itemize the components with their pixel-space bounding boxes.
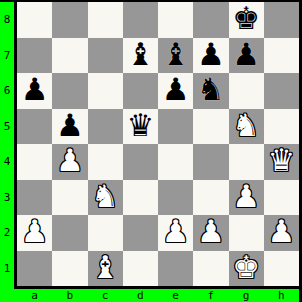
piece-white-pawn[interactable]: ♟ xyxy=(197,216,225,247)
square-f3[interactable] xyxy=(193,180,228,216)
square-c2[interactable] xyxy=(88,215,123,251)
square-f1[interactable] xyxy=(193,251,228,287)
rank-label-7: 7 xyxy=(0,50,14,61)
piece-white-king[interactable]: ♚ xyxy=(232,252,260,283)
square-g3[interactable]: ♟ xyxy=(229,180,264,216)
rank-coordinate-strip: 87654321 xyxy=(0,2,14,286)
piece-white-bishop[interactable]: ♝ xyxy=(91,252,119,283)
piece-black-bishop[interactable]: ♝ xyxy=(162,39,190,70)
piece-black-knight[interactable]: ♞ xyxy=(197,74,225,105)
square-c1[interactable]: ♝ xyxy=(88,251,123,287)
file-label-f: f xyxy=(201,290,221,301)
square-g6[interactable] xyxy=(229,73,264,109)
rank-label-8: 8 xyxy=(0,14,14,25)
square-d2[interactable] xyxy=(123,215,158,251)
square-g1[interactable]: ♚ xyxy=(229,251,264,287)
piece-black-pawn[interactable]: ♟ xyxy=(162,74,190,105)
square-g5[interactable]: ♞ xyxy=(229,109,264,145)
square-d4[interactable] xyxy=(123,144,158,180)
piece-white-queen[interactable]: ♛ xyxy=(267,145,295,176)
square-e6[interactable]: ♟ xyxy=(158,73,193,109)
square-a3[interactable] xyxy=(17,180,52,216)
piece-white-knight[interactable]: ♞ xyxy=(91,181,119,212)
square-e7[interactable]: ♝ xyxy=(158,38,193,74)
square-a5[interactable] xyxy=(17,109,52,145)
square-b8[interactable] xyxy=(52,2,87,38)
square-a2[interactable]: ♟ xyxy=(17,215,52,251)
chess-board[interactable]: ♚♝♝♟♟♟♟♞♟♛♞♟♛♞♟♟♟♟♟♝♚ xyxy=(14,2,302,289)
square-b2[interactable] xyxy=(52,215,87,251)
square-g4[interactable] xyxy=(229,144,264,180)
square-h3[interactable] xyxy=(264,180,299,216)
piece-black-bishop[interactable]: ♝ xyxy=(126,39,154,70)
rank-label-5: 5 xyxy=(0,121,14,132)
piece-white-pawn[interactable]: ♟ xyxy=(56,145,84,176)
square-b6[interactable] xyxy=(52,73,87,109)
square-c5[interactable] xyxy=(88,109,123,145)
square-d6[interactable] xyxy=(123,73,158,109)
square-d7[interactable]: ♝ xyxy=(123,38,158,74)
square-g7[interactable]: ♟ xyxy=(229,38,264,74)
square-b3[interactable] xyxy=(52,180,87,216)
square-h4[interactable]: ♛ xyxy=(264,144,299,180)
square-a8[interactable] xyxy=(17,2,52,38)
square-e5[interactable] xyxy=(158,109,193,145)
piece-black-pawn[interactable]: ♟ xyxy=(197,39,225,70)
piece-white-knight[interactable]: ♞ xyxy=(232,110,260,141)
rank-label-1: 1 xyxy=(0,263,14,274)
rank-label-4: 4 xyxy=(0,156,14,167)
square-h2[interactable]: ♟ xyxy=(264,215,299,251)
square-f4[interactable] xyxy=(193,144,228,180)
square-g2[interactable] xyxy=(229,215,264,251)
rank-label-6: 6 xyxy=(0,85,14,96)
square-h7[interactable] xyxy=(264,38,299,74)
file-label-e: e xyxy=(166,290,186,301)
square-g8[interactable]: ♚ xyxy=(229,2,264,38)
square-c7[interactable] xyxy=(88,38,123,74)
square-c4[interactable] xyxy=(88,144,123,180)
square-b7[interactable] xyxy=(52,38,87,74)
square-d5[interactable]: ♛ xyxy=(123,109,158,145)
square-a7[interactable] xyxy=(17,38,52,74)
square-d1[interactable] xyxy=(123,251,158,287)
piece-white-pawn[interactable]: ♟ xyxy=(267,216,295,247)
piece-black-king[interactable]: ♚ xyxy=(232,3,260,34)
rank-label-3: 3 xyxy=(0,192,14,203)
square-h5[interactable] xyxy=(264,109,299,145)
file-label-a: a xyxy=(25,290,45,301)
file-label-c: c xyxy=(95,290,115,301)
square-h6[interactable] xyxy=(264,73,299,109)
square-b5[interactable]: ♟ xyxy=(52,109,87,145)
file-label-h: h xyxy=(271,290,291,301)
square-e1[interactable] xyxy=(158,251,193,287)
file-coordinate-strip: abcdefgh xyxy=(14,289,302,302)
file-label-d: d xyxy=(130,290,150,301)
piece-white-pawn[interactable]: ♟ xyxy=(21,216,49,247)
square-h8[interactable] xyxy=(264,2,299,38)
square-f5[interactable] xyxy=(193,109,228,145)
piece-black-pawn[interactable]: ♟ xyxy=(56,110,84,141)
piece-white-pawn[interactable]: ♟ xyxy=(232,181,260,212)
piece-black-pawn[interactable]: ♟ xyxy=(21,74,49,105)
square-d3[interactable] xyxy=(123,180,158,216)
square-e2[interactable]: ♟ xyxy=(158,215,193,251)
piece-black-queen[interactable]: ♛ xyxy=(126,110,154,141)
square-f6[interactable]: ♞ xyxy=(193,73,228,109)
square-e8[interactable] xyxy=(158,2,193,38)
square-b1[interactable] xyxy=(52,251,87,287)
square-b4[interactable]: ♟ xyxy=(52,144,87,180)
square-e3[interactable] xyxy=(158,180,193,216)
square-h1[interactable] xyxy=(264,251,299,287)
square-e4[interactable] xyxy=(158,144,193,180)
square-f2[interactable]: ♟ xyxy=(193,215,228,251)
square-a4[interactable] xyxy=(17,144,52,180)
square-c8[interactable] xyxy=(88,2,123,38)
square-f8[interactable] xyxy=(193,2,228,38)
square-c3[interactable]: ♞ xyxy=(88,180,123,216)
square-c6[interactable] xyxy=(88,73,123,109)
file-label-b: b xyxy=(60,290,80,301)
square-d8[interactable] xyxy=(123,2,158,38)
square-a6[interactable]: ♟ xyxy=(17,73,52,109)
square-f7[interactable]: ♟ xyxy=(193,38,228,74)
piece-black-pawn[interactable]: ♟ xyxy=(232,39,260,70)
piece-white-pawn[interactable]: ♟ xyxy=(162,216,190,247)
file-label-g: g xyxy=(236,290,256,301)
rank-label-2: 2 xyxy=(0,227,14,238)
square-a1[interactable] xyxy=(17,251,52,287)
